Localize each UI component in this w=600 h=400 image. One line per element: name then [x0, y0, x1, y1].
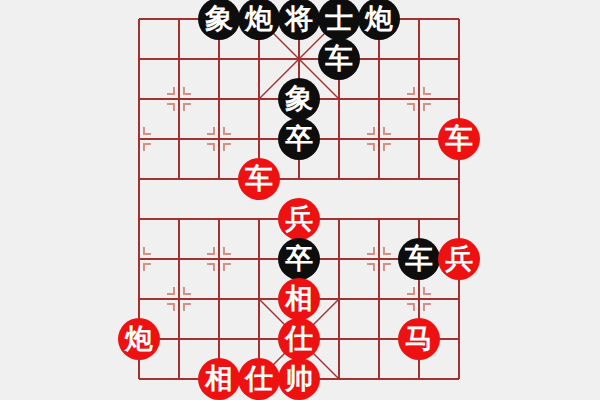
piece-red-general[interactable]: 帅 — [278, 358, 320, 400]
piece-red-advisor[interactable]: 仕 — [278, 318, 320, 360]
piece-black-soldier[interactable]: 卒 — [278, 238, 320, 280]
piece-red-elephant[interactable]: 相 — [278, 278, 320, 320]
piece-black-cannon[interactable]: 炮 — [238, 0, 280, 40]
piece-black-chariot[interactable]: 车 — [398, 238, 440, 280]
piece-black-general[interactable]: 将 — [278, 0, 320, 40]
piece-red-elephant[interactable]: 相 — [198, 358, 240, 400]
piece-red-advisor[interactable]: 仕 — [238, 358, 280, 400]
piece-black-soldier[interactable]: 卒 — [278, 118, 320, 160]
piece-red-horse[interactable]: 马 — [398, 318, 440, 360]
xiangqi-app-screen: 象炮将士炮车象卒车车兵卒车兵相炮仕马相仕帅 — [0, 0, 600, 400]
piece-black-elephant[interactable]: 象 — [198, 0, 240, 40]
piece-red-chariot[interactable]: 车 — [238, 158, 280, 200]
piece-black-cannon[interactable]: 炮 — [358, 0, 400, 40]
piece-red-chariot[interactable]: 车 — [438, 118, 480, 160]
piece-red-soldier[interactable]: 兵 — [278, 198, 320, 240]
piece-black-advisor[interactable]: 士 — [318, 0, 360, 40]
piece-black-elephant[interactable]: 象 — [278, 78, 320, 120]
piece-black-chariot[interactable]: 车 — [318, 38, 360, 80]
piece-red-soldier[interactable]: 兵 — [438, 238, 480, 280]
xiangqi-board-grid: 象炮将士炮车象卒车车兵卒车兵相炮仕马相仕帅 — [119, 0, 479, 399]
piece-red-cannon[interactable]: 炮 — [118, 318, 160, 360]
